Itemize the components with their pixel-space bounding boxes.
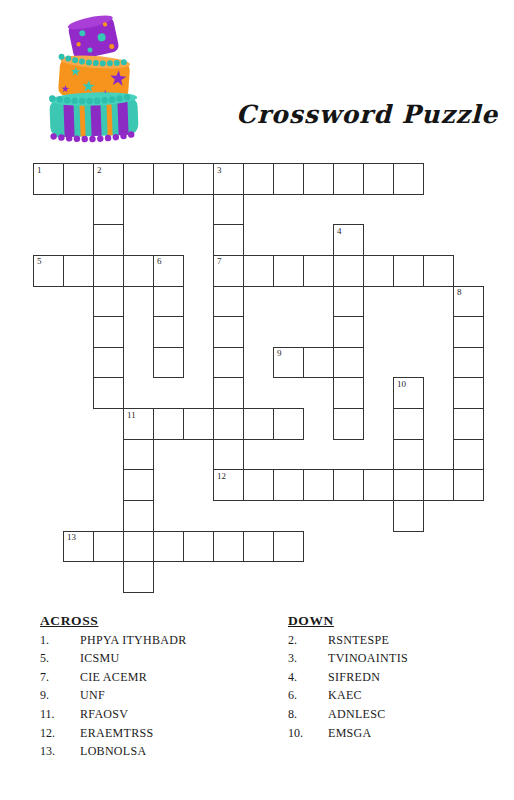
grid-cell[interactable] [363,163,394,195]
cell-number: 1 [37,166,42,176]
clue-number: 1. [40,631,80,650]
grid-cell[interactable]: 6 [153,255,184,287]
grid-cell[interactable] [453,439,484,471]
grid-cell[interactable] [303,347,334,379]
clue-text: EMSGA [328,724,508,743]
grid-cell[interactable] [333,316,364,348]
down-heading: DOWN [288,612,508,631]
clue-number: 13. [40,742,80,761]
grid-cell[interactable]: 11 [123,408,154,440]
cell-number: 8 [457,288,462,298]
clue-item: 3.TVINOAINTIS [288,649,508,668]
clue-item: 9.UNF [40,686,275,705]
clue-number: 12. [40,724,80,743]
grid-cell[interactable] [333,286,364,318]
grid-cell[interactable] [153,286,184,318]
grid-cell[interactable] [123,255,154,287]
grid-cell[interactable] [183,163,214,195]
grid-cell[interactable] [303,469,334,501]
cell-number: 12 [217,472,226,482]
grid-cell[interactable] [453,469,484,501]
grid-cell[interactable] [123,163,154,195]
grid-cell[interactable] [153,316,184,348]
clue-text: RSNTESPE [328,631,508,650]
clue-text: TVINOAINTIS [328,649,508,668]
clue-item: 1.PHPYA ITYHBADR [40,631,275,650]
clue-text: UNF [80,686,275,705]
grid-cell[interactable] [453,408,484,440]
grid-cell[interactable] [183,408,214,440]
grid-cell[interactable]: 3 [213,163,244,195]
grid-cell[interactable]: 9 [273,347,304,379]
cell-number: 2 [97,166,102,176]
grid-cell[interactable] [93,377,124,409]
cell-number: 9 [277,349,282,359]
grid-cell[interactable] [153,163,184,195]
grid-cell[interactable] [453,347,484,379]
grid-cell[interactable] [273,255,304,287]
page-title: Crossword Puzzle [236,100,498,129]
grid-cell[interactable] [123,469,154,501]
clue-item: 4.SIFREDN [288,668,508,687]
grid-cell[interactable] [213,377,244,409]
grid-cell[interactable] [153,531,184,563]
grid-cell[interactable]: 12 [213,469,244,501]
cell-number: 4 [337,227,342,237]
grid-cell[interactable] [333,255,364,287]
down-clues-section: DOWN 2.RSNTESPE3.TVINOAINTIS4.SIFREDN6.K… [288,612,508,742]
grid-cell[interactable] [303,163,334,195]
clue-text: ICSMU [80,649,275,668]
clue-text: KAEC [328,686,508,705]
grid-cell[interactable] [93,316,124,348]
grid-cell[interactable] [363,469,394,501]
grid-cell[interactable] [273,408,304,440]
clue-number: 3. [288,649,328,668]
grid-cell[interactable] [213,316,244,348]
grid-cell[interactable]: 13 [63,531,94,563]
grid-cell[interactable] [393,439,424,471]
grid-cell[interactable] [153,347,184,379]
grid-cell[interactable] [93,194,124,226]
grid-cell[interactable] [213,347,244,379]
grid-cell[interactable]: 8 [453,286,484,318]
clue-text: RFAOSV [80,705,275,724]
clue-number: 7. [40,668,80,687]
grid-cell[interactable] [153,408,184,440]
grid-cell[interactable]: 5 [33,255,64,287]
grid-cell[interactable] [63,255,94,287]
grid-cell[interactable] [123,531,154,563]
grid-cell[interactable] [123,561,154,593]
clue-item: 2.RSNTESPE [288,631,508,650]
grid-cell[interactable] [243,408,274,440]
grid-cell[interactable] [273,469,304,501]
grid-cell[interactable] [213,408,244,440]
across-heading: ACROSS [40,612,275,631]
grid-cell[interactable] [393,500,424,532]
grid-cell[interactable]: 1 [33,163,64,195]
grid-cell[interactable] [273,163,304,195]
clue-item: 12.ERAEMTRSS [40,724,275,743]
grid-cell[interactable] [213,194,244,226]
clue-item: 10.EMSGA [288,724,508,743]
grid-cell[interactable] [333,347,364,379]
clue-item: 5.ICSMU [40,649,275,668]
grid-cell[interactable] [363,255,394,287]
grid-cell[interactable] [213,286,244,318]
birthday-cake-image [44,12,144,144]
grid-cell[interactable] [93,531,124,563]
clue-number: 10. [288,724,328,743]
clue-item: 13.LOBNOLSA [40,742,275,761]
birthday-cake-svg [44,12,144,144]
grid-cell[interactable]: 4 [333,224,364,256]
grid-cell[interactable] [183,531,214,563]
grid-cell[interactable] [453,377,484,409]
grid-cell[interactable] [393,163,424,195]
clue-number: 9. [40,686,80,705]
cell-number: 10 [397,380,406,390]
clue-number: 5. [40,649,80,668]
grid-cell[interactable] [93,347,124,379]
grid-cell[interactable] [393,255,424,287]
cell-number: 7 [217,257,222,267]
grid-cell[interactable] [303,255,334,287]
grid-cell[interactable]: 10 [393,377,424,409]
clue-number: 8. [288,705,328,724]
across-clue-list: 1.PHPYA ITYHBADR5.ICSMU7.CIE ACEMR9.UNF1… [40,631,275,761]
grid-cell[interactable] [123,439,154,471]
grid-cell[interactable] [333,377,364,409]
grid-cell[interactable] [273,531,304,563]
grid-cell[interactable] [243,163,274,195]
clue-number: 6. [288,686,328,705]
grid-cell[interactable] [243,531,274,563]
grid-cell[interactable] [93,286,124,318]
cell-number: 3 [217,166,222,176]
clue-number: 4. [288,668,328,687]
grid-cell[interactable] [453,316,484,348]
clue-number: 2. [288,631,328,650]
grid-cell[interactable] [423,469,454,501]
grid-cell[interactable]: 2 [93,163,124,195]
grid-cell[interactable] [393,469,424,501]
grid-cell[interactable] [243,469,274,501]
clue-text: ERAEMTRSS [80,724,275,743]
grid-cell[interactable] [213,531,244,563]
grid-cell[interactable] [63,163,94,195]
crossword-grid: 12345678910111213 [33,163,484,593]
grid-cell[interactable] [213,224,244,256]
cell-number: 13 [67,533,76,543]
clue-number: 11. [40,705,80,724]
grid-cell[interactable]: 7 [213,255,244,287]
grid-cell[interactable] [213,439,244,471]
grid-cell[interactable] [393,408,424,440]
cell-number: 5 [37,257,42,267]
grid-cell[interactable] [333,163,364,195]
cell-number: 11 [127,411,136,421]
across-clues-section: ACROSS 1.PHPYA ITYHBADR5.ICSMU7.CIE ACEM… [40,612,275,761]
clue-text: LOBNOLSA [80,742,275,761]
grid-cell[interactable] [333,408,364,440]
clue-text: CIE ACEMR [80,668,275,687]
clue-item: 8.ADNLESC [288,705,508,724]
clue-item: 6.KAEC [288,686,508,705]
clue-text: SIFREDN [328,668,508,687]
crossword-worksheet-page: Crossword Puzzle 12345678910111213 ACROS… [0,0,514,800]
grid-cell[interactable] [123,500,154,532]
clue-text: ADNLESC [328,705,508,724]
cell-number: 6 [157,257,162,267]
down-clue-list: 2.RSNTESPE3.TVINOAINTIS4.SIFREDN6.KAEC8.… [288,631,508,743]
grid-cell[interactable] [333,469,364,501]
grid-cell[interactable] [243,255,274,287]
grid-cell[interactable] [93,224,124,256]
clue-item: 11.RFAOSV [40,705,275,724]
clue-text: PHPYA ITYHBADR [80,631,275,650]
clue-item: 7.CIE ACEMR [40,668,275,687]
grid-cell[interactable] [423,255,454,287]
grid-cell[interactable] [93,255,124,287]
